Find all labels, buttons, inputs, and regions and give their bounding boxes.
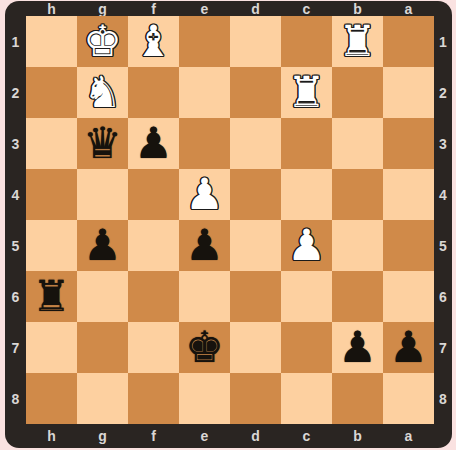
- square-g1[interactable]: ♚: [77, 16, 128, 67]
- rank-label-7-right: 7: [434, 322, 452, 373]
- square-f7[interactable]: [128, 322, 179, 373]
- square-f3[interactable]: ♟: [128, 118, 179, 169]
- square-d6[interactable]: [230, 271, 281, 322]
- rank-label-6-left: 6: [5, 271, 26, 322]
- piece-black-pawn[interactable]: ♟: [389, 322, 428, 373]
- square-c3[interactable]: [281, 118, 332, 169]
- square-e5[interactable]: ♟: [179, 220, 230, 271]
- file-label-f-bottom: f: [128, 424, 179, 448]
- file-label-b-top: b: [332, 1, 383, 16]
- file-label-h-top: h: [26, 1, 77, 16]
- rank-label-3-right: 3: [434, 118, 452, 169]
- square-h5[interactable]: [26, 220, 77, 271]
- file-label-g-top: g: [77, 1, 128, 16]
- file-label-d-top: d: [230, 1, 281, 16]
- square-h6[interactable]: ♜: [26, 271, 77, 322]
- rank-label-5-right: 5: [434, 220, 452, 271]
- square-b5[interactable]: [332, 220, 383, 271]
- square-a8[interactable]: [383, 373, 434, 424]
- chessboard: hgfedcba1♚♝♜12♞♜23♛♟34♟45♟♟♟56♜67♚♟♟788h…: [5, 1, 452, 448]
- square-d5[interactable]: [230, 220, 281, 271]
- square-b7[interactable]: ♟: [332, 322, 383, 373]
- rank-label-4-right: 4: [434, 169, 452, 220]
- square-e2[interactable]: [179, 67, 230, 118]
- square-g8[interactable]: [77, 373, 128, 424]
- rank-label-4-left: 4: [5, 169, 26, 220]
- square-c5[interactable]: ♟: [281, 220, 332, 271]
- square-c6[interactable]: [281, 271, 332, 322]
- square-g7[interactable]: [77, 322, 128, 373]
- square-b4[interactable]: [332, 169, 383, 220]
- file-label-g-bottom: g: [77, 424, 128, 448]
- square-h2[interactable]: [26, 67, 77, 118]
- square-e7[interactable]: ♚: [179, 322, 230, 373]
- square-a1[interactable]: [383, 16, 434, 67]
- square-e1[interactable]: [179, 16, 230, 67]
- piece-white-rook[interactable]: ♜: [338, 16, 377, 67]
- board-corner: [434, 424, 452, 448]
- square-f1[interactable]: ♝: [128, 16, 179, 67]
- square-c7[interactable]: [281, 322, 332, 373]
- board-corner: [5, 1, 26, 16]
- rank-label-8-right: 8: [434, 373, 452, 424]
- square-f4[interactable]: [128, 169, 179, 220]
- square-c2[interactable]: ♜: [281, 67, 332, 118]
- piece-black-pawn[interactable]: ♟: [185, 220, 224, 271]
- square-b8[interactable]: [332, 373, 383, 424]
- square-a7[interactable]: ♟: [383, 322, 434, 373]
- square-a2[interactable]: [383, 67, 434, 118]
- file-label-a-bottom: a: [383, 424, 434, 448]
- rank-label-5-left: 5: [5, 220, 26, 271]
- piece-white-king[interactable]: ♚: [83, 16, 122, 67]
- board-corner: [5, 424, 26, 448]
- rank-label-7-left: 7: [5, 322, 26, 373]
- square-b6[interactable]: [332, 271, 383, 322]
- file-label-h-bottom: h: [26, 424, 77, 448]
- piece-white-rook[interactable]: ♜: [287, 67, 326, 118]
- square-g4[interactable]: [77, 169, 128, 220]
- square-c1[interactable]: [281, 16, 332, 67]
- piece-black-rook[interactable]: ♜: [32, 271, 71, 322]
- file-label-c-top: c: [281, 1, 332, 16]
- square-h8[interactable]: [26, 373, 77, 424]
- board-corner: [434, 1, 452, 16]
- rank-label-8-left: 8: [5, 373, 26, 424]
- square-h3[interactable]: [26, 118, 77, 169]
- square-b1[interactable]: ♜: [332, 16, 383, 67]
- square-d8[interactable]: [230, 373, 281, 424]
- piece-black-pawn[interactable]: ♟: [338, 322, 377, 373]
- square-c4[interactable]: [281, 169, 332, 220]
- file-label-f-top: f: [128, 1, 179, 16]
- chessboard-frame: hgfedcba1♚♝♜12♞♜23♛♟34♟45♟♟♟56♜67♚♟♟788h…: [5, 1, 452, 448]
- square-h4[interactable]: [26, 169, 77, 220]
- square-g6[interactable]: [77, 271, 128, 322]
- square-d2[interactable]: [230, 67, 281, 118]
- square-d3[interactable]: [230, 118, 281, 169]
- square-c8[interactable]: [281, 373, 332, 424]
- square-a4[interactable]: [383, 169, 434, 220]
- square-g5[interactable]: ♟: [77, 220, 128, 271]
- piece-black-queen[interactable]: ♛: [83, 118, 122, 169]
- square-b3[interactable]: [332, 118, 383, 169]
- file-label-b-bottom: b: [332, 424, 383, 448]
- rank-label-3-left: 3: [5, 118, 26, 169]
- square-g2[interactable]: ♞: [77, 67, 128, 118]
- piece-white-pawn[interactable]: ♟: [185, 169, 224, 220]
- square-e3[interactable]: [179, 118, 230, 169]
- square-d7[interactable]: [230, 322, 281, 373]
- square-h1[interactable]: [26, 16, 77, 67]
- square-e6[interactable]: [179, 271, 230, 322]
- square-a5[interactable]: [383, 220, 434, 271]
- square-b2[interactable]: [332, 67, 383, 118]
- rank-label-1-right: 1: [434, 16, 452, 67]
- rank-label-6-right: 6: [434, 271, 452, 322]
- file-label-e-top: e: [179, 1, 230, 16]
- square-h7[interactable]: [26, 322, 77, 373]
- piece-black-pawn[interactable]: ♟: [134, 118, 173, 169]
- file-label-c-bottom: c: [281, 424, 332, 448]
- square-a6[interactable]: [383, 271, 434, 322]
- square-e8[interactable]: [179, 373, 230, 424]
- piece-black-king[interactable]: ♚: [185, 322, 224, 373]
- square-a3[interactable]: [383, 118, 434, 169]
- file-label-d-bottom: d: [230, 424, 281, 448]
- piece-black-pawn[interactable]: ♟: [83, 220, 122, 271]
- piece-white-bishop[interactable]: ♝: [134, 16, 173, 67]
- square-f6[interactable]: [128, 271, 179, 322]
- square-f8[interactable]: [128, 373, 179, 424]
- file-label-a-top: a: [383, 1, 434, 16]
- rank-label-2-left: 2: [5, 67, 26, 118]
- square-g3[interactable]: ♛: [77, 118, 128, 169]
- square-d4[interactable]: [230, 169, 281, 220]
- square-e4[interactable]: ♟: [179, 169, 230, 220]
- piece-white-knight[interactable]: ♞: [83, 67, 122, 118]
- square-f5[interactable]: [128, 220, 179, 271]
- rank-label-2-right: 2: [434, 67, 452, 118]
- piece-white-pawn[interactable]: ♟: [287, 220, 326, 271]
- file-label-e-bottom: e: [179, 424, 230, 448]
- square-f2[interactable]: [128, 67, 179, 118]
- square-d1[interactable]: [230, 16, 281, 67]
- rank-label-1-left: 1: [5, 16, 26, 67]
